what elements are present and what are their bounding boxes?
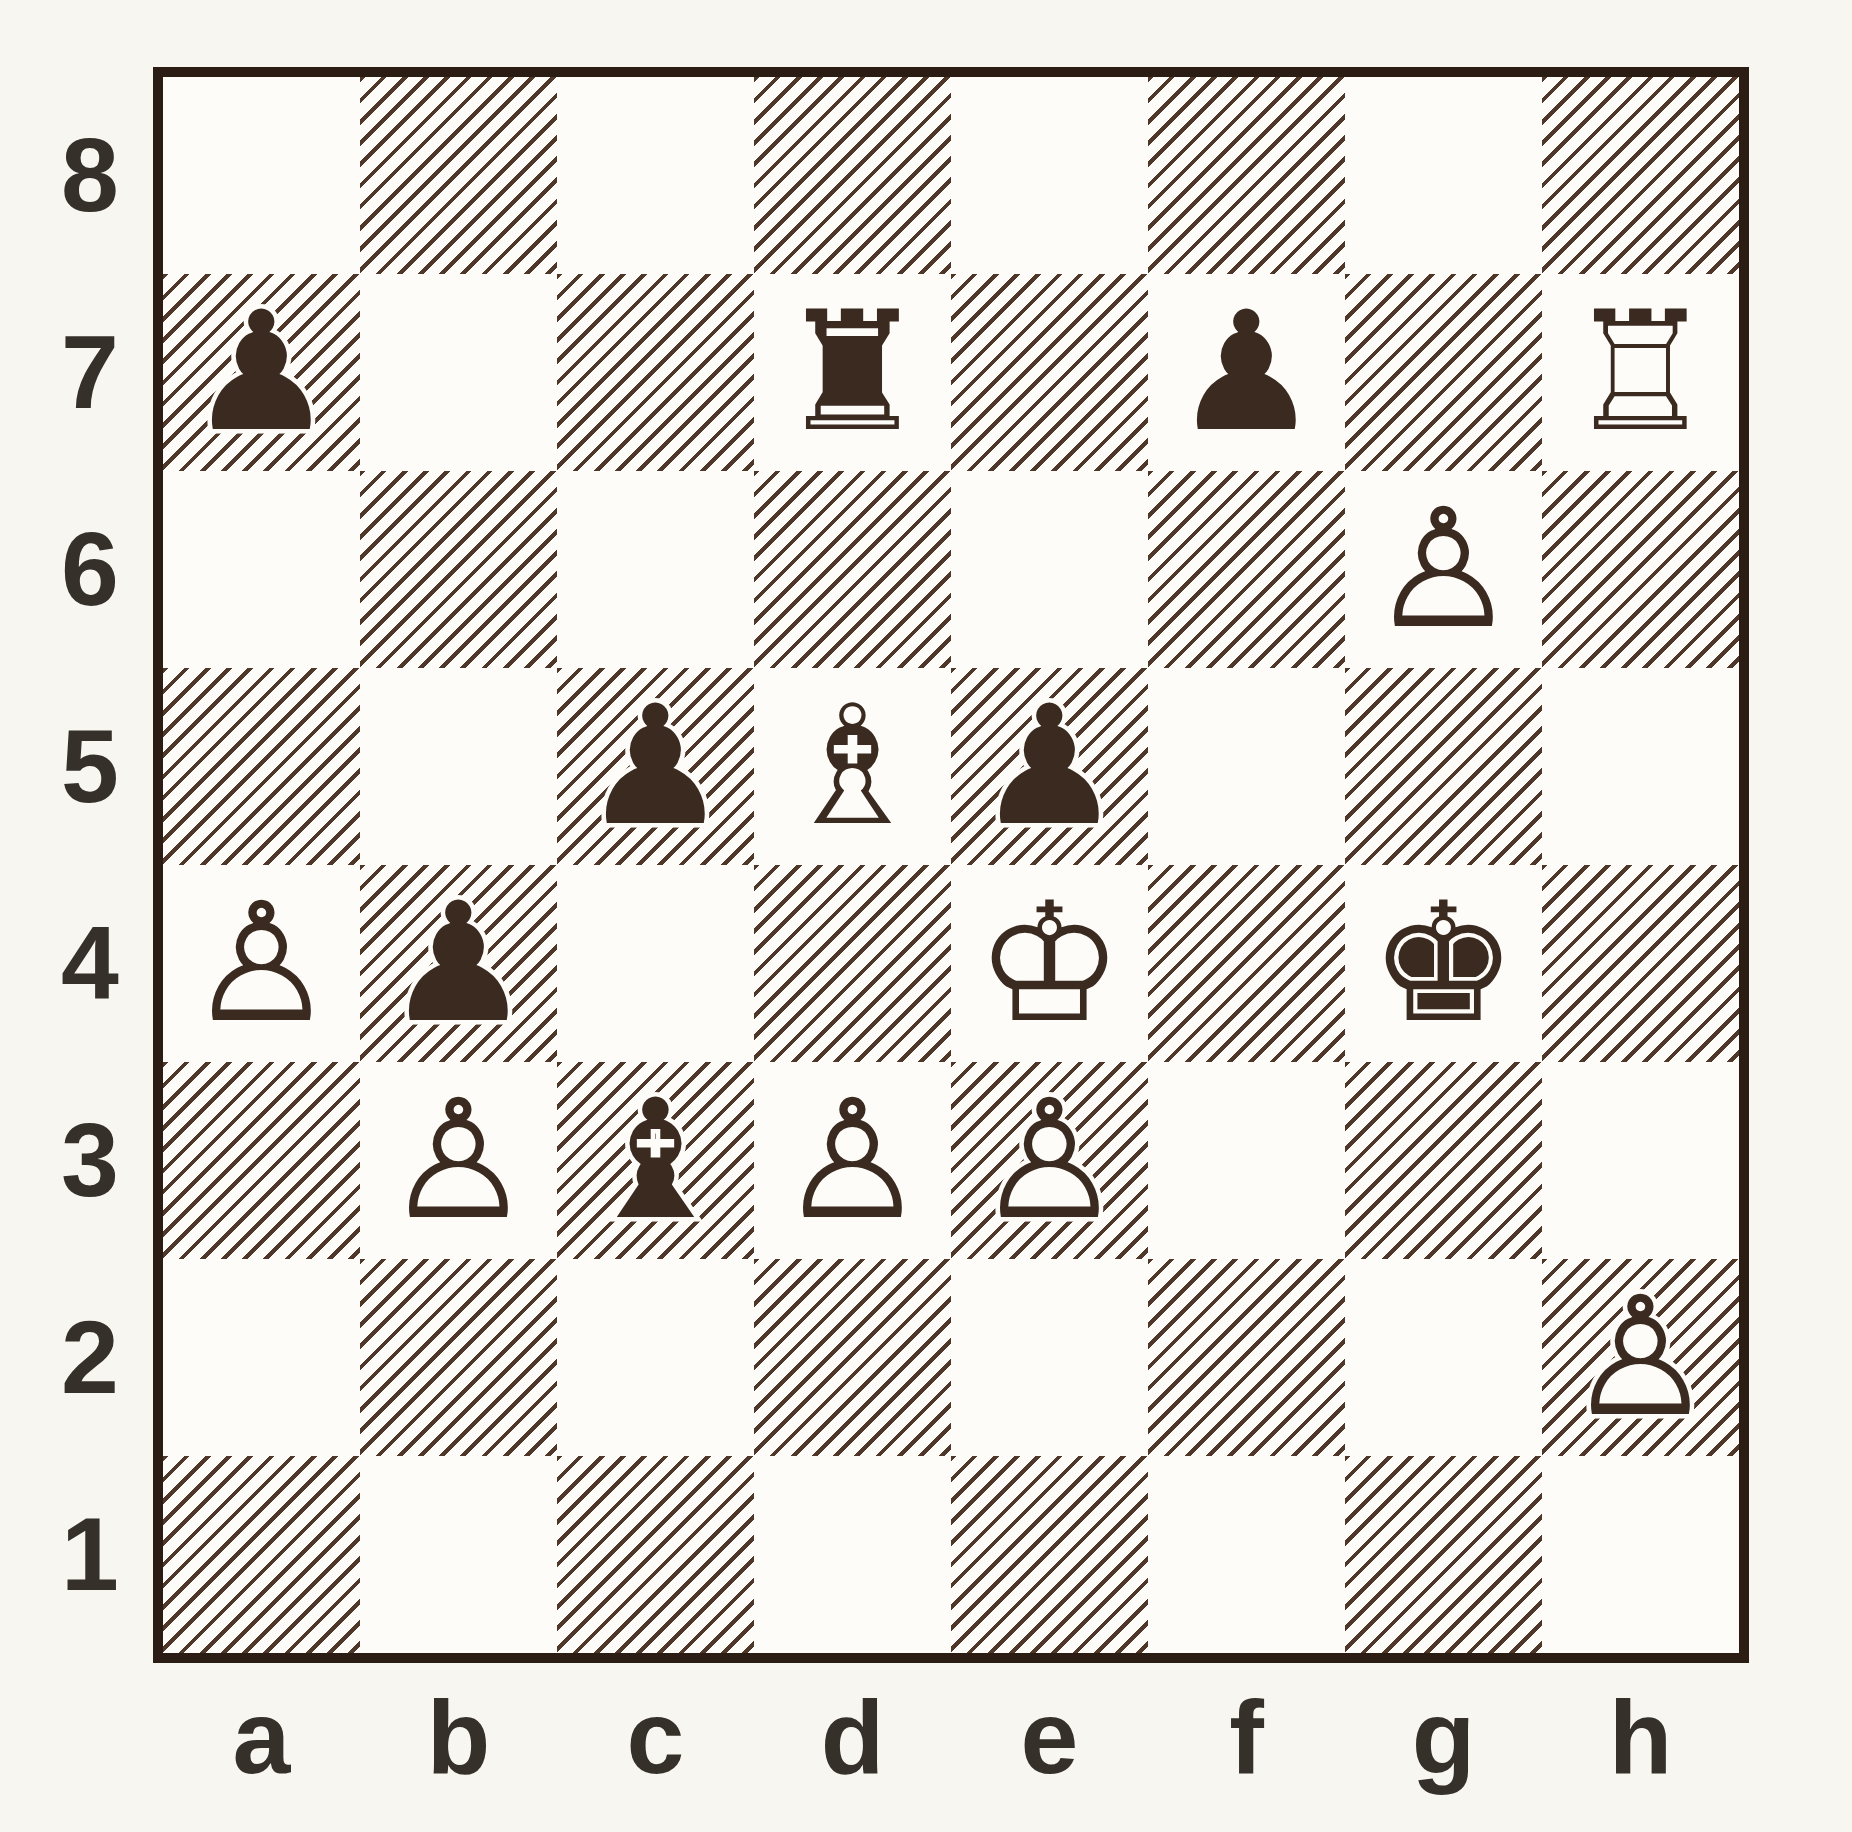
square-g1[interactable] xyxy=(1345,1456,1542,1653)
square-a3[interactable] xyxy=(163,1062,360,1259)
square-g5[interactable] xyxy=(1345,668,1542,865)
square-a4[interactable]: ♟♙ xyxy=(163,865,360,1062)
piece-white-pawn: ♟♙ xyxy=(779,1078,927,1243)
square-b1[interactable] xyxy=(360,1456,557,1653)
square-e5[interactable]: ♟♟ xyxy=(951,668,1148,865)
file-labels: abcdefgh xyxy=(163,1672,1739,1802)
square-g7[interactable] xyxy=(1345,274,1542,471)
square-e2[interactable] xyxy=(951,1259,1148,1456)
rank-label-6: 6 xyxy=(40,471,140,668)
chess-board: ♟♟♜♜♟♟♜♖♟♙♟♟♝♗♟♟♟♙♟♟♚♔♚♚♟♙♝♝♟♙♟♙♟♙ xyxy=(153,67,1749,1663)
square-d3[interactable]: ♟♙ xyxy=(754,1062,951,1259)
square-c3[interactable]: ♝♝ xyxy=(557,1062,754,1259)
square-b2[interactable] xyxy=(360,1259,557,1456)
file-label-e: e xyxy=(951,1672,1148,1802)
square-b7[interactable] xyxy=(360,274,557,471)
square-a5[interactable] xyxy=(163,668,360,865)
square-e3[interactable]: ♟♙ xyxy=(951,1062,1148,1259)
square-c2[interactable] xyxy=(557,1259,754,1456)
piece-black-king: ♚♚ xyxy=(1370,881,1518,1046)
piece-black-rook: ♜♜ xyxy=(779,290,927,455)
square-e6[interactable] xyxy=(951,471,1148,668)
piece-white-pawn: ♟♙ xyxy=(1370,487,1518,652)
square-g8[interactable] xyxy=(1345,77,1542,274)
file-label-d: d xyxy=(754,1672,951,1802)
square-b5[interactable] xyxy=(360,668,557,865)
rank-label-1: 1 xyxy=(40,1456,140,1653)
square-e1[interactable] xyxy=(951,1456,1148,1653)
piece-black-bishop: ♝♝ xyxy=(582,1078,730,1243)
rank-label-2: 2 xyxy=(40,1259,140,1456)
file-label-a: a xyxy=(163,1672,360,1802)
square-h5[interactable] xyxy=(1542,668,1739,865)
rank-label-7: 7 xyxy=(40,274,140,471)
square-g2[interactable] xyxy=(1345,1259,1542,1456)
piece-white-bishop: ♝♗ xyxy=(779,684,927,849)
piece-white-pawn: ♟♙ xyxy=(385,1078,533,1243)
square-c5[interactable]: ♟♟ xyxy=(557,668,754,865)
square-c8[interactable] xyxy=(557,77,754,274)
square-f7[interactable]: ♟♟ xyxy=(1148,274,1345,471)
square-g4[interactable]: ♚♚ xyxy=(1345,865,1542,1062)
square-h6[interactable] xyxy=(1542,471,1739,668)
square-h1[interactable] xyxy=(1542,1456,1739,1653)
square-h4[interactable] xyxy=(1542,865,1739,1062)
square-b4[interactable]: ♟♟ xyxy=(360,865,557,1062)
square-f2[interactable] xyxy=(1148,1259,1345,1456)
square-g3[interactable] xyxy=(1345,1062,1542,1259)
piece-black-pawn: ♟♟ xyxy=(385,881,533,1046)
square-e7[interactable] xyxy=(951,274,1148,471)
rank-label-4: 4 xyxy=(40,865,140,1062)
piece-black-pawn: ♟♟ xyxy=(976,684,1124,849)
rank-labels: 87654321 xyxy=(40,77,140,1653)
square-e8[interactable] xyxy=(951,77,1148,274)
square-f4[interactable] xyxy=(1148,865,1345,1062)
piece-black-pawn: ♟♟ xyxy=(582,684,730,849)
square-d6[interactable] xyxy=(754,471,951,668)
square-a2[interactable] xyxy=(163,1259,360,1456)
square-h3[interactable] xyxy=(1542,1062,1739,1259)
square-f1[interactable] xyxy=(1148,1456,1345,1653)
file-label-g: g xyxy=(1345,1672,1542,1802)
square-f3[interactable] xyxy=(1148,1062,1345,1259)
square-b8[interactable] xyxy=(360,77,557,274)
square-h7[interactable]: ♜♖ xyxy=(1542,274,1739,471)
square-d8[interactable] xyxy=(754,77,951,274)
square-a6[interactable] xyxy=(163,471,360,668)
square-e4[interactable]: ♚♔ xyxy=(951,865,1148,1062)
square-a8[interactable] xyxy=(163,77,360,274)
rank-label-8: 8 xyxy=(40,77,140,274)
square-f6[interactable] xyxy=(1148,471,1345,668)
square-d7[interactable]: ♜♜ xyxy=(754,274,951,471)
square-a7[interactable]: ♟♟ xyxy=(163,274,360,471)
square-h8[interactable] xyxy=(1542,77,1739,274)
square-g6[interactable]: ♟♙ xyxy=(1345,471,1542,668)
file-label-f: f xyxy=(1148,1672,1345,1802)
piece-white-rook: ♜♖ xyxy=(1567,290,1715,455)
piece-black-pawn: ♟♟ xyxy=(1173,290,1321,455)
square-c6[interactable] xyxy=(557,471,754,668)
square-d1[interactable] xyxy=(754,1456,951,1653)
square-c4[interactable] xyxy=(557,865,754,1062)
rank-label-5: 5 xyxy=(40,668,140,865)
file-label-h: h xyxy=(1542,1672,1739,1802)
square-d4[interactable] xyxy=(754,865,951,1062)
square-c7[interactable] xyxy=(557,274,754,471)
square-a1[interactable] xyxy=(163,1456,360,1653)
piece-black-pawn: ♟♟ xyxy=(188,290,336,455)
rank-label-3: 3 xyxy=(40,1062,140,1259)
square-b3[interactable]: ♟♙ xyxy=(360,1062,557,1259)
square-f8[interactable] xyxy=(1148,77,1345,274)
file-label-c: c xyxy=(557,1672,754,1802)
piece-white-pawn: ♟♙ xyxy=(1567,1275,1715,1440)
square-d2[interactable] xyxy=(754,1259,951,1456)
square-f5[interactable] xyxy=(1148,668,1345,865)
piece-white-pawn: ♟♙ xyxy=(188,881,336,1046)
piece-white-pawn: ♟♙ xyxy=(976,1078,1124,1243)
square-c1[interactable] xyxy=(557,1456,754,1653)
file-label-b: b xyxy=(360,1672,557,1802)
square-h2[interactable]: ♟♙ xyxy=(1542,1259,1739,1456)
square-d5[interactable]: ♝♗ xyxy=(754,668,951,865)
square-b6[interactable] xyxy=(360,471,557,668)
piece-white-king: ♚♔ xyxy=(976,881,1124,1046)
